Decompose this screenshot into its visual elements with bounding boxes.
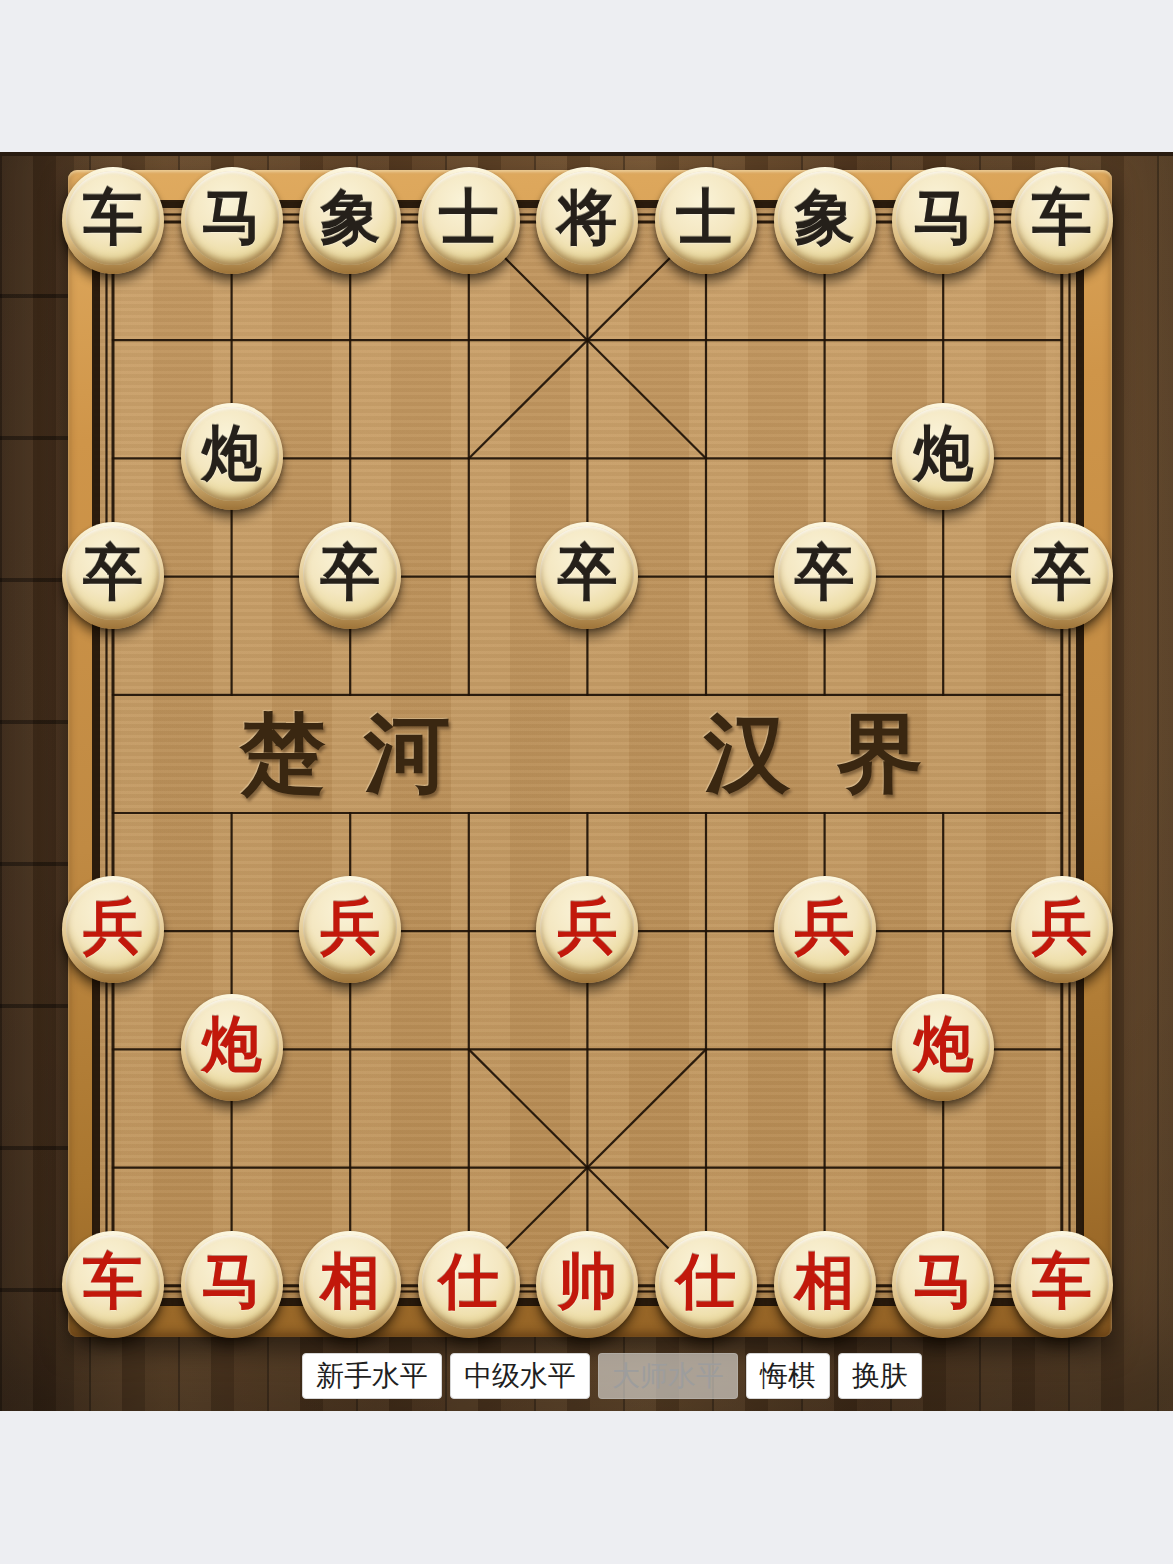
piece-glyph: 卒 [1032,543,1092,603]
piece-glyph: 马 [202,1252,262,1312]
piece-black-cannon-right[interactable]: 炮 [892,403,994,510]
board-frame: 楚河汉界 车马象士将士象马车炮炮卒卒卒卒卒兵兵兵兵兵炮炮车马相仕帅仕相马车 [68,170,1112,1337]
piece-glyph: 士 [439,188,499,248]
piece-glyph: 相 [320,1252,380,1312]
piece-face: 马 [185,1235,279,1329]
piece-glyph: 马 [913,188,973,248]
piece-glyph: 车 [1032,188,1092,248]
xiangqi-game-page: { "game": "xiangqi", "title": "Chinese C… [0,0,1173,1564]
piece-glyph: 将 [557,188,617,248]
undo-move-button[interactable]: 悔棋 [746,1353,830,1399]
piece-face: 相 [778,1235,872,1329]
piece-black-cannon-left[interactable]: 炮 [181,403,283,510]
piece-face: 象 [778,171,872,265]
piece-red-chariot-left[interactable]: 车 [62,1231,164,1338]
piece-face: 士 [422,171,516,265]
piece-red-horse-left[interactable]: 马 [181,1231,283,1338]
piece-glyph: 兵 [557,897,617,957]
piece-glyph: 马 [913,1252,973,1312]
piece-glyph: 卒 [795,543,855,603]
piece-face: 卒 [66,526,160,620]
piece-black-soldier-5[interactable]: 卒 [1011,522,1113,629]
piece-glyph: 卒 [83,543,143,603]
piece-red-elephant-right[interactable]: 相 [774,1231,876,1338]
piece-red-chariot-right[interactable]: 车 [1011,1231,1113,1338]
piece-glyph: 士 [676,188,736,248]
piece-face: 炮 [896,998,990,1092]
piece-red-soldier-5[interactable]: 兵 [1011,876,1113,983]
piece-red-cannon-left[interactable]: 炮 [181,994,283,1101]
piece-glyph: 炮 [913,424,973,484]
river-label-char: 楚 [240,695,326,812]
piece-black-chariot-left[interactable]: 车 [62,167,164,274]
piece-face: 卒 [303,526,397,620]
piece-face: 帅 [540,1235,634,1329]
piece-black-soldier-1[interactable]: 卒 [62,522,164,629]
piece-red-soldier-1[interactable]: 兵 [62,876,164,983]
piece-black-soldier-4[interactable]: 卒 [774,522,876,629]
piece-black-advisor-right[interactable]: 士 [655,167,757,274]
piece-glyph: 炮 [202,1015,262,1075]
piece-glyph: 卒 [557,543,617,603]
piece-face: 兵 [778,880,872,974]
piece-glyph: 炮 [202,424,262,484]
piece-glyph: 兵 [795,897,855,957]
piece-glyph: 兵 [83,897,143,957]
piece-face: 仕 [422,1235,516,1329]
piece-face: 卒 [778,526,872,620]
piece-face: 炮 [896,407,990,501]
piece-glyph: 仕 [676,1252,736,1312]
piece-red-soldier-3[interactable]: 兵 [536,876,638,983]
piece-black-soldier-3[interactable]: 卒 [536,522,638,629]
river-label-char: 汉 [704,695,790,812]
change-skin-button[interactable]: 换肤 [838,1353,922,1399]
piece-face: 兵 [303,880,397,974]
piece-glyph: 兵 [320,897,380,957]
piece-red-advisor-right[interactable]: 仕 [655,1231,757,1338]
piece-glyph: 炮 [913,1015,973,1075]
novice-level-button[interactable]: 新手水平 [302,1353,442,1399]
piece-face: 马 [185,171,279,265]
piece-face: 车 [66,1235,160,1329]
piece-black-advisor-left[interactable]: 士 [418,167,520,274]
piece-black-horse-left[interactable]: 马 [181,167,283,274]
river-label-char: 河 [364,695,450,812]
piece-red-advisor-left[interactable]: 仕 [418,1231,520,1338]
piece-glyph: 车 [1032,1252,1092,1312]
piece-red-horse-right[interactable]: 马 [892,1231,994,1338]
piece-red-soldier-2[interactable]: 兵 [299,876,401,983]
piece-face: 兵 [1015,880,1109,974]
piece-black-chariot-right[interactable]: 车 [1011,167,1113,274]
piece-face: 将 [540,171,634,265]
control-button-bar: 新手水平中级水平大师水平悔棋换肤 [302,1353,922,1399]
piece-face: 卒 [540,526,634,620]
piece-face: 炮 [185,407,279,501]
piece-face: 象 [303,171,397,265]
piece-face: 车 [1015,171,1109,265]
piece-red-general[interactable]: 帅 [536,1231,638,1338]
piece-face: 仕 [659,1235,753,1329]
intermediate-level-button[interactable]: 中级水平 [450,1353,590,1399]
piece-face: 炮 [185,998,279,1092]
board-grid [68,170,1112,1337]
piece-black-soldier-2[interactable]: 卒 [299,522,401,629]
piece-glyph: 象 [320,188,380,248]
piece-face: 马 [896,171,990,265]
master-level-button: 大师水平 [598,1353,738,1399]
piece-face: 兵 [66,880,160,974]
piece-red-cannon-right[interactable]: 炮 [892,994,994,1101]
piece-glyph: 马 [202,188,262,248]
piece-black-horse-right[interactable]: 马 [892,167,994,274]
piece-face: 兵 [540,880,634,974]
piece-face: 马 [896,1235,990,1329]
piece-black-elephant-right[interactable]: 象 [774,167,876,274]
piece-face: 士 [659,171,753,265]
piece-glyph: 兵 [1032,897,1092,957]
piece-glyph: 帅 [557,1252,617,1312]
piece-glyph: 象 [795,188,855,248]
piece-face: 相 [303,1235,397,1329]
piece-glyph: 仕 [439,1252,499,1312]
piece-glyph: 相 [795,1252,855,1312]
piece-glyph: 车 [83,1252,143,1312]
piece-black-elephant-left[interactable]: 象 [299,167,401,274]
piece-red-elephant-left[interactable]: 相 [299,1231,401,1338]
piece-black-general[interactable]: 将 [536,167,638,274]
piece-glyph: 卒 [320,543,380,603]
piece-face: 车 [66,171,160,265]
piece-face: 卒 [1015,526,1109,620]
piece-face: 车 [1015,1235,1109,1329]
river-label-char: 界 [837,695,923,812]
piece-glyph: 车 [83,188,143,248]
piece-red-soldier-4[interactable]: 兵 [774,876,876,983]
